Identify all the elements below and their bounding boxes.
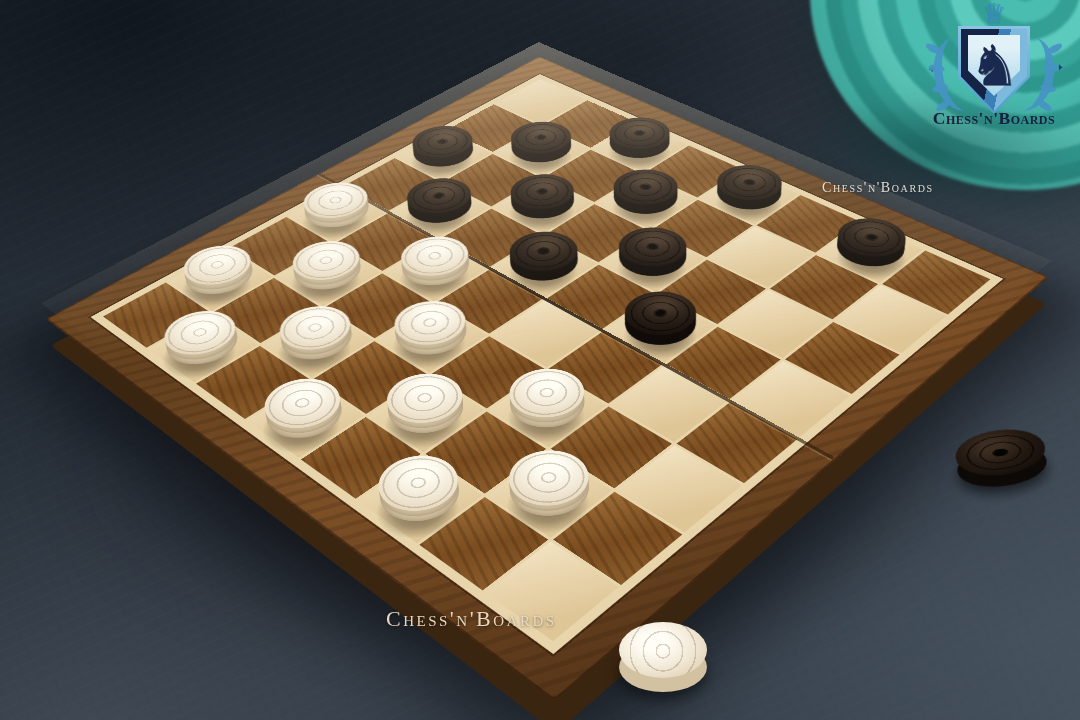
off-board-black-checker	[953, 425, 1049, 492]
brand-logo: ♕ ✦ ✦ ♞ Chess'n'Boards	[910, 4, 1078, 136]
product-photo-scene: ♕ ✦ ✦ ♞ Chess'n'Boards Chess'n'Boards Ch…	[0, 0, 1080, 720]
board-square	[288, 187, 387, 242]
board-square	[617, 446, 742, 533]
knight-icon: ♞	[969, 38, 1019, 94]
off-board-white-checker	[619, 622, 707, 692]
watermark-center: Chess'n'Boards	[822, 180, 934, 196]
checker-top-face	[619, 622, 707, 678]
watermark-bottom: Chess'n'Boards	[386, 606, 557, 632]
brand-logo-text: Chess'n'Boards	[910, 108, 1078, 129]
board-square	[733, 361, 850, 438]
shield-icon: ♞	[958, 26, 1030, 114]
white-checker	[268, 312, 367, 374]
crown-icon: ♕	[982, 0, 1006, 27]
